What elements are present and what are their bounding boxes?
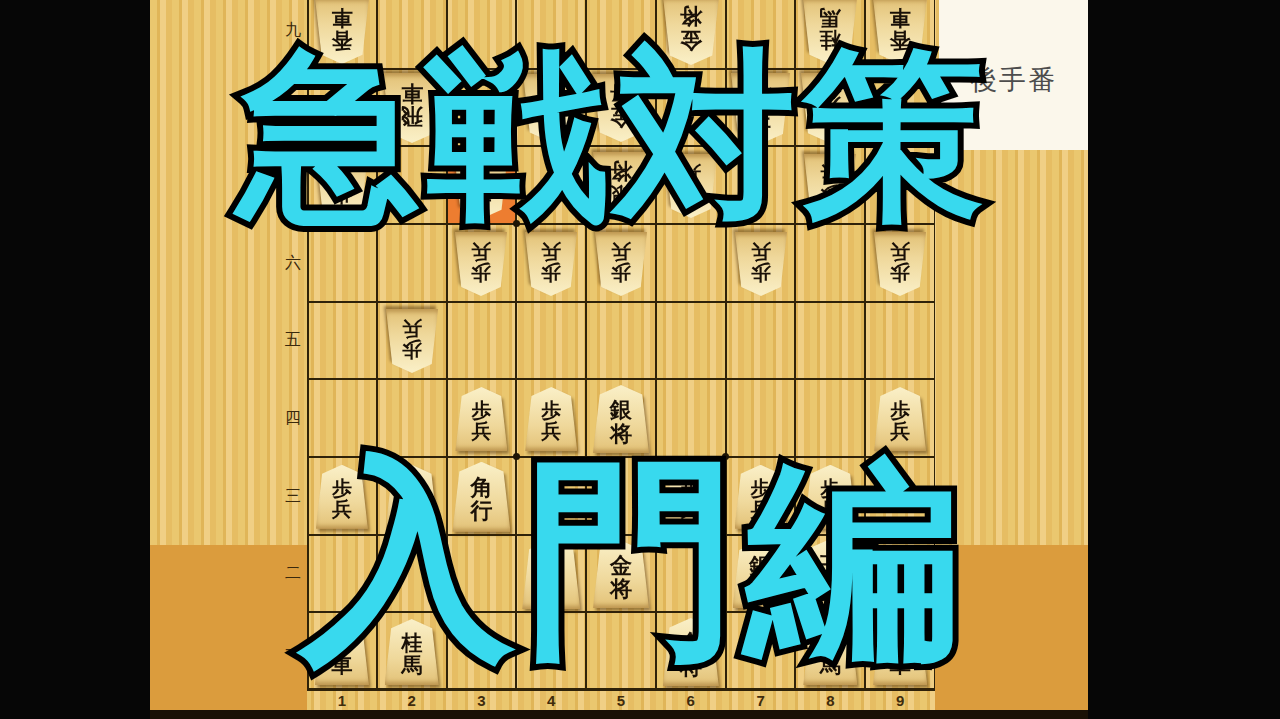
piece-kanji: 歩 [402, 339, 422, 360]
file-label-2: 2 [377, 692, 447, 709]
piece-kanji: 歩 [890, 400, 910, 421]
piece-kanji: 歩 [541, 400, 561, 421]
file-label-6: 6 [656, 692, 726, 709]
file-label-3: 3 [447, 692, 517, 709]
overlay-title-line2: 入門編 [300, 452, 969, 667]
rank-label-五: 五 [280, 330, 306, 351]
piece-kanji: 兵 [541, 240, 561, 261]
file-label-8: 8 [795, 692, 865, 709]
file-label-4: 4 [516, 692, 586, 709]
board-grid-hline [307, 688, 935, 691]
piece-kanji: 兵 [611, 240, 631, 261]
piece-kanji: 兵 [751, 240, 771, 261]
file-label-1: 1 [307, 692, 377, 709]
rank-label-六: 六 [280, 253, 306, 274]
piece-kanji: 兵 [471, 240, 491, 261]
rank-label-四: 四 [280, 408, 306, 429]
piece-kanji: 将 [680, 5, 702, 28]
file-label-7: 7 [726, 692, 796, 709]
piece-kanji: 歩 [541, 261, 561, 282]
piece-kanji: 歩 [751, 261, 771, 282]
piece-kanji: 歩 [890, 261, 910, 282]
file-label-5: 5 [586, 692, 656, 709]
board-grid-hline [307, 301, 935, 303]
piece-kanji: 馬 [820, 6, 841, 28]
piece-kanji: 車 [331, 6, 352, 28]
piece-kanji: 兵 [890, 240, 910, 261]
piece-kanji: 車 [890, 6, 911, 28]
piece-kanji: 歩 [471, 400, 491, 421]
overlay-title-line1: 急戦対策 [238, 45, 990, 227]
piece-kanji: 歩 [471, 261, 491, 282]
screenshot-stage: 後手番 九八七六五四三二一 123456789香車桂馬金将桂馬香車飛車金将銀将玉… [0, 0, 1280, 719]
piece-kanji: 歩 [611, 261, 631, 282]
piece-sente-p-2五[interactable]: 歩兵 [386, 309, 438, 373]
piece-kanji: 兵 [402, 318, 422, 339]
piece-face: 歩兵 [386, 309, 438, 373]
board-grid-hline [307, 378, 935, 380]
file-label-9: 9 [865, 692, 935, 709]
piece-kanji: 銀 [610, 398, 632, 421]
